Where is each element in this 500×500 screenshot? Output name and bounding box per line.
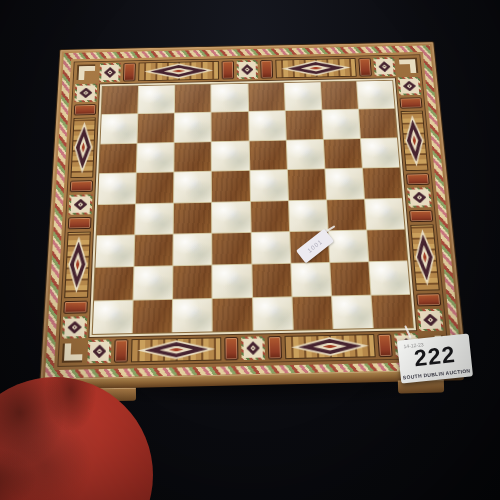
- square-f2: [291, 263, 331, 296]
- square-a6: [99, 144, 136, 174]
- border-motif-rosette: [373, 57, 395, 76]
- auction-lot-tag: 14-12-23 222 SOUTH DUBLIN AUCTION: [397, 333, 473, 383]
- border-motif-diamond: [284, 334, 375, 359]
- square-f6: [286, 140, 324, 170]
- square-g2: [330, 262, 370, 295]
- square-h5: [363, 168, 402, 198]
- square-c1: [173, 299, 212, 333]
- border-motif-bar: [123, 63, 136, 82]
- square-d1: [213, 298, 252, 332]
- square-d7: [212, 112, 248, 141]
- border-motif-diamond: [275, 58, 356, 78]
- border-motif-bar: [74, 104, 97, 115]
- square-e1: [253, 297, 293, 331]
- border-motif-bar: [416, 293, 441, 306]
- border-motif-diamond: [64, 232, 91, 299]
- square-b6: [137, 143, 174, 173]
- square-e4: [251, 201, 289, 232]
- border-motif-rosette: [398, 77, 422, 95]
- corner-l-bracket: [78, 66, 95, 80]
- border-motif-rosette: [62, 316, 87, 338]
- square-h1: [371, 294, 412, 328]
- square-a1: [93, 300, 133, 334]
- square-e2: [252, 264, 291, 297]
- border-motif-bar: [409, 210, 433, 222]
- square-f5: [288, 169, 326, 199]
- square-h8: [357, 81, 395, 109]
- square-h3: [367, 230, 407, 262]
- square-c7: [175, 113, 211, 142]
- square-g1: [332, 295, 373, 329]
- border-motif-bar: [68, 217, 92, 229]
- border-motif-rosette: [407, 187, 432, 207]
- chess-board: [39, 41, 468, 383]
- square-e6: [249, 140, 286, 170]
- square-a4: [97, 204, 135, 235]
- border-motif-diamond: [70, 117, 95, 178]
- border-motif-rosette: [87, 340, 111, 364]
- border-motif-bar: [399, 97, 422, 108]
- square-c5: [174, 172, 211, 202]
- square-d3: [213, 233, 251, 265]
- square-g6: [324, 139, 362, 169]
- square-d8: [212, 84, 248, 112]
- board-frame: [39, 41, 468, 383]
- square-b5: [136, 173, 173, 203]
- border-motif-bar: [70, 180, 93, 192]
- square-h7: [359, 109, 397, 138]
- square-d6: [212, 141, 249, 171]
- square-c8: [175, 85, 211, 113]
- square-c6: [175, 142, 212, 172]
- border-motif-bar: [358, 58, 372, 77]
- border-motif-bar: [260, 60, 273, 79]
- square-e3: [251, 232, 290, 264]
- border-motif-rosette: [69, 194, 93, 214]
- square-d5: [212, 171, 249, 201]
- square-g7: [322, 110, 360, 139]
- square-a8: [102, 86, 138, 114]
- border-motif-rosette: [99, 63, 121, 82]
- border-motif-rosette: [417, 309, 443, 331]
- square-c3: [174, 234, 212, 266]
- square-b3: [135, 234, 173, 266]
- square-e7: [249, 111, 286, 140]
- border-motif-rosette: [237, 60, 258, 79]
- square-b7: [138, 114, 174, 143]
- square-g5: [325, 169, 364, 199]
- corner-l-bracket: [64, 343, 83, 361]
- border-motif-bar: [114, 339, 128, 363]
- square-b4: [135, 203, 173, 234]
- border-motif-bar: [377, 334, 392, 357]
- square-f7: [285, 111, 322, 140]
- corner-inlay-tl: [73, 62, 100, 84]
- square-g8: [321, 81, 358, 109]
- border-motif-diamond: [410, 224, 439, 290]
- square-f8: [284, 82, 321, 110]
- square-b1: [133, 299, 172, 333]
- square-a2: [94, 267, 133, 300]
- square-d2: [213, 265, 252, 298]
- border-edge-bottom: [87, 331, 419, 365]
- border-motif-bar: [224, 337, 238, 361]
- border-motif-bar: [406, 173, 430, 185]
- square-a3: [95, 235, 134, 267]
- border-motif-bar: [222, 61, 235, 80]
- border-motif-bar: [268, 336, 282, 359]
- square-a7: [101, 114, 138, 143]
- square-h4: [365, 198, 405, 229]
- border-motif-diamond: [401, 111, 429, 171]
- square-h2: [369, 262, 410, 295]
- photo-background: 1001 14-12-23 222 SOUTH DUBLIN AUCTION: [0, 0, 500, 500]
- square-b2: [134, 266, 173, 299]
- string-tag-text: 1001: [306, 238, 323, 253]
- border-motif-diamond: [131, 337, 221, 362]
- square-c4: [174, 202, 212, 233]
- square-f1: [292, 296, 332, 330]
- square-e8: [248, 83, 284, 111]
- border-motif-rosette: [74, 84, 97, 103]
- square-b8: [138, 85, 174, 113]
- square-a5: [98, 173, 136, 203]
- square-d4: [212, 201, 250, 232]
- corner-inlay-tr: [394, 55, 422, 77]
- playing-area: [89, 78, 416, 337]
- corner-inlay-bl: [58, 338, 88, 366]
- square-h6: [361, 138, 400, 168]
- border-motif-diamond: [138, 61, 219, 81]
- square-g3: [328, 230, 368, 262]
- square-f4: [289, 200, 328, 231]
- board-grid: [93, 81, 413, 334]
- square-c2: [173, 266, 212, 299]
- border-motif-bar: [63, 301, 88, 314]
- square-e5: [250, 170, 288, 200]
- corner-l-bracket: [399, 59, 416, 73]
- border-motif-rosette: [241, 336, 265, 360]
